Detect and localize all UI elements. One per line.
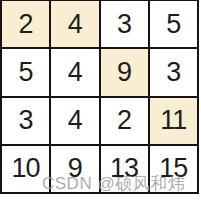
cell-value: 5 [19,59,33,86]
cell-value: 2 [117,107,131,134]
number-grid-board: 24355493342111091315 [0,0,199,194]
grid-cell-r2c0: 3 [2,98,49,144]
grid-cell-r1c3: 3 [150,49,197,95]
grid-cell-r2c2: 2 [101,98,148,144]
cell-value: 3 [166,59,180,86]
cell-value: 11 [160,107,186,134]
cell-value: 9 [117,59,131,86]
grid-cell-r0c1: 4 [51,1,98,47]
cell-value: 4 [68,59,82,86]
cell-value: 4 [68,11,82,38]
cell-value: 5 [166,11,180,38]
grid-cell-r1c1: 4 [51,49,98,95]
cell-value: 3 [117,11,131,38]
grid-cell-r0c0: 2 [2,1,49,47]
grid-cell-r2c3: 11 [150,98,197,144]
grid-cell-r0c2: 3 [101,1,148,47]
csdn-watermark: CSDN @硕风和炜 [42,172,185,195]
grid-cell-r2c1: 4 [51,98,98,144]
cell-value: 3 [19,107,33,134]
grid-cell-r1c0: 5 [2,49,49,95]
grid-cell-r1c2: 9 [101,49,148,95]
cell-value: 2 [19,11,33,38]
cell-value: 10 [12,155,40,182]
grid-cell-r0c3: 5 [150,1,197,47]
cell-value: 4 [68,107,82,134]
